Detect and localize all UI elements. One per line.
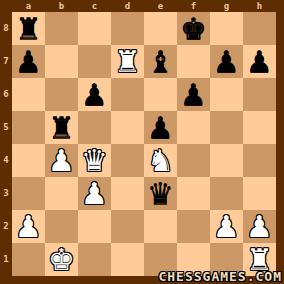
white-rook xyxy=(111,45,144,78)
square-a2[interactable] xyxy=(12,210,45,243)
rank-label-6: 6 xyxy=(0,78,12,111)
site-watermark: CHESSGAMES.COM xyxy=(158,269,282,284)
rank-labels: 87654321 xyxy=(0,12,12,276)
square-a1[interactable] xyxy=(12,243,45,276)
square-f3[interactable] xyxy=(177,177,210,210)
chess-board xyxy=(12,12,276,276)
square-c1[interactable] xyxy=(78,243,111,276)
white-queen xyxy=(78,144,111,177)
black-king xyxy=(177,12,210,45)
square-g5[interactable] xyxy=(210,111,243,144)
square-f5[interactable] xyxy=(177,111,210,144)
square-h6[interactable] xyxy=(243,78,276,111)
black-pawn xyxy=(78,78,111,111)
square-b5[interactable] xyxy=(45,111,78,144)
black-rook xyxy=(12,12,45,45)
square-e6[interactable] xyxy=(144,78,177,111)
white-pawn xyxy=(210,210,243,243)
black-pawn xyxy=(243,45,276,78)
square-e4[interactable] xyxy=(144,144,177,177)
square-d3[interactable] xyxy=(111,177,144,210)
square-c2[interactable] xyxy=(78,210,111,243)
square-a5[interactable] xyxy=(12,111,45,144)
square-c6[interactable] xyxy=(78,78,111,111)
square-b1[interactable] xyxy=(45,243,78,276)
square-d4[interactable] xyxy=(111,144,144,177)
square-f6[interactable] xyxy=(177,78,210,111)
chess-diagram: abcdefgh 87654321 CHESSGAMES.COM xyxy=(0,0,284,284)
file-label-d: d xyxy=(111,0,144,12)
rank-label-7: 7 xyxy=(0,45,12,78)
black-pawn xyxy=(210,45,243,78)
square-f7[interactable] xyxy=(177,45,210,78)
square-c3[interactable] xyxy=(78,177,111,210)
square-c7[interactable] xyxy=(78,45,111,78)
square-e2[interactable] xyxy=(144,210,177,243)
square-g4[interactable] xyxy=(210,144,243,177)
square-a4[interactable] xyxy=(12,144,45,177)
square-g2[interactable] xyxy=(210,210,243,243)
black-rook xyxy=(45,111,78,144)
square-f8[interactable] xyxy=(177,12,210,45)
square-a7[interactable] xyxy=(12,45,45,78)
rank-label-8: 8 xyxy=(0,12,12,45)
white-pawn xyxy=(78,177,111,210)
square-e7[interactable] xyxy=(144,45,177,78)
square-d1[interactable] xyxy=(111,243,144,276)
square-c5[interactable] xyxy=(78,111,111,144)
square-d6[interactable] xyxy=(111,78,144,111)
square-c4[interactable] xyxy=(78,144,111,177)
square-g3[interactable] xyxy=(210,177,243,210)
square-c8[interactable] xyxy=(78,12,111,45)
square-a8[interactable] xyxy=(12,12,45,45)
square-d5[interactable] xyxy=(111,111,144,144)
white-pawn xyxy=(45,144,78,177)
square-d8[interactable] xyxy=(111,12,144,45)
black-pawn xyxy=(144,111,177,144)
black-bishop xyxy=(144,45,177,78)
black-pawn xyxy=(177,78,210,111)
file-labels: abcdefgh xyxy=(12,0,276,12)
file-label-c: c xyxy=(78,0,111,12)
square-b6[interactable] xyxy=(45,78,78,111)
square-h8[interactable] xyxy=(243,12,276,45)
square-g8[interactable] xyxy=(210,12,243,45)
black-queen xyxy=(144,177,177,210)
square-e5[interactable] xyxy=(144,111,177,144)
square-b4[interactable] xyxy=(45,144,78,177)
white-pawn xyxy=(243,210,276,243)
square-b2[interactable] xyxy=(45,210,78,243)
square-a6[interactable] xyxy=(12,78,45,111)
square-h2[interactable] xyxy=(243,210,276,243)
square-g7[interactable] xyxy=(210,45,243,78)
black-pawn xyxy=(12,45,45,78)
square-h7[interactable] xyxy=(243,45,276,78)
square-f4[interactable] xyxy=(177,144,210,177)
white-knight xyxy=(144,144,177,177)
file-label-b: b xyxy=(45,0,78,12)
square-b7[interactable] xyxy=(45,45,78,78)
square-d2[interactable] xyxy=(111,210,144,243)
square-h4[interactable] xyxy=(243,144,276,177)
square-h5[interactable] xyxy=(243,111,276,144)
white-pawn xyxy=(12,210,45,243)
white-king xyxy=(45,243,78,276)
square-f2[interactable] xyxy=(177,210,210,243)
square-g6[interactable] xyxy=(210,78,243,111)
square-e8[interactable] xyxy=(144,12,177,45)
rank-label-3: 3 xyxy=(0,177,12,210)
square-b3[interactable] xyxy=(45,177,78,210)
file-label-g: g xyxy=(210,0,243,12)
file-label-e: e xyxy=(144,0,177,12)
square-a3[interactable] xyxy=(12,177,45,210)
square-d7[interactable] xyxy=(111,45,144,78)
square-b8[interactable] xyxy=(45,12,78,45)
rank-label-2: 2 xyxy=(0,210,12,243)
square-h3[interactable] xyxy=(243,177,276,210)
rank-label-5: 5 xyxy=(0,111,12,144)
file-label-h: h xyxy=(243,0,276,12)
square-e3[interactable] xyxy=(144,177,177,210)
rank-label-4: 4 xyxy=(0,144,12,177)
rank-label-1: 1 xyxy=(0,243,12,276)
